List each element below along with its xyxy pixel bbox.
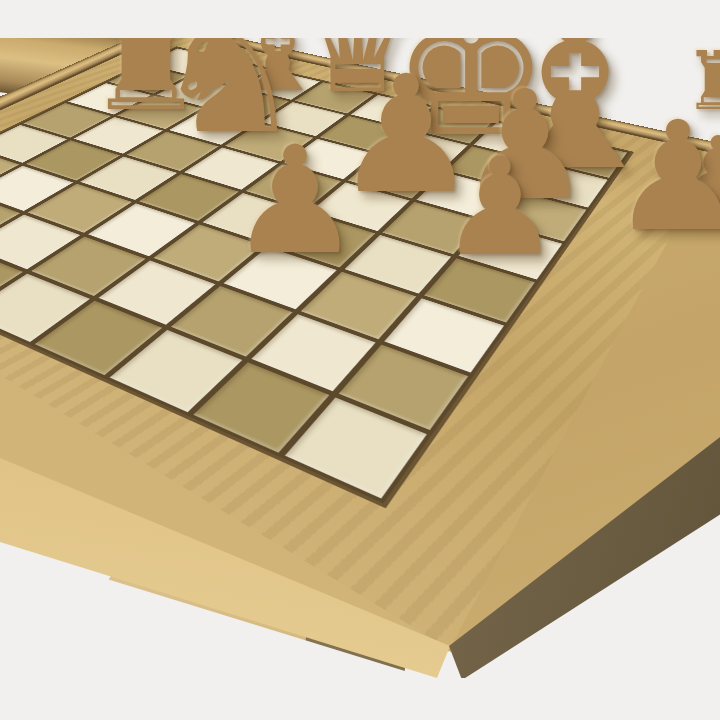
background-bottom	[0, 678, 720, 720]
piece-wood-pawn-g7[interactable]: ♟	[610, 102, 720, 253]
piece-wood-pawn-e6[interactable]: ♟	[439, 140, 560, 275]
background-top	[0, 0, 720, 38]
piece-wood-pawn-c6[interactable]: ♟	[228, 127, 361, 276]
